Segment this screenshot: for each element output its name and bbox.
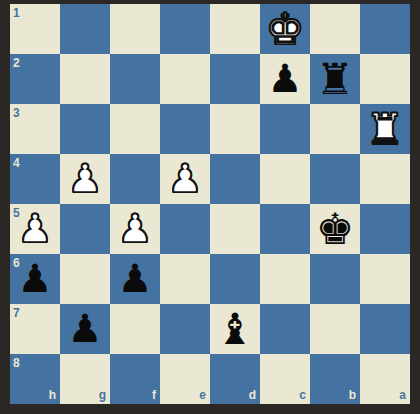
rank-label-3: 3 [13, 106, 20, 120]
square-g5[interactable] [60, 204, 110, 254]
square-f7[interactable] [110, 304, 160, 354]
square-a7[interactable] [360, 304, 410, 354]
square-h4[interactable]: 4 [10, 154, 60, 204]
square-c5[interactable] [260, 204, 310, 254]
square-a5[interactable] [360, 204, 410, 254]
square-b6[interactable] [310, 254, 360, 304]
black-pawn-f6[interactable]: ♟ [110, 254, 160, 304]
file-label-b: b [349, 388, 356, 402]
square-h1[interactable]: 1 [10, 4, 60, 54]
black-pawn-g7[interactable]: ♟ [60, 304, 110, 354]
square-f2[interactable] [110, 54, 160, 104]
square-e1[interactable] [160, 4, 210, 54]
white-pawn-e4[interactable]: ♟ [160, 154, 210, 204]
square-g4[interactable]: ♟ [60, 154, 110, 204]
square-a8[interactable]: a [360, 354, 410, 404]
square-g1[interactable] [60, 4, 110, 54]
square-b7[interactable] [310, 304, 360, 354]
square-h8[interactable]: 8h [10, 354, 60, 404]
white-pawn-f5[interactable]: ♟ [110, 204, 160, 254]
square-d4[interactable] [210, 154, 260, 204]
square-a6[interactable] [360, 254, 410, 304]
square-d1[interactable] [210, 4, 260, 54]
square-f6[interactable]: ♟ [110, 254, 160, 304]
square-b8[interactable]: b [310, 354, 360, 404]
file-label-f: f [152, 388, 156, 402]
square-c6[interactable] [260, 254, 310, 304]
white-pawn-h5[interactable]: ♟ [10, 204, 60, 254]
square-c3[interactable] [260, 104, 310, 154]
black-rook-b2[interactable]: ♜ [310, 54, 360, 104]
square-d2[interactable] [210, 54, 260, 104]
square-e3[interactable] [160, 104, 210, 154]
square-d8[interactable]: d [210, 354, 260, 404]
square-f1[interactable] [110, 4, 160, 54]
white-pawn-g4[interactable]: ♟ [60, 154, 110, 204]
square-e2[interactable] [160, 54, 210, 104]
square-c4[interactable] [260, 154, 310, 204]
square-b2[interactable]: ♜ [310, 54, 360, 104]
square-e7[interactable] [160, 304, 210, 354]
file-label-a: a [399, 388, 406, 402]
white-rook-a3[interactable]: ♜ [360, 104, 410, 154]
square-e4[interactable]: ♟ [160, 154, 210, 204]
square-a3[interactable]: ♜ [360, 104, 410, 154]
square-g3[interactable] [60, 104, 110, 154]
square-b4[interactable] [310, 154, 360, 204]
rank-label-8: 8 [13, 356, 20, 370]
square-h6[interactable]: 6♟ [10, 254, 60, 304]
square-g7[interactable]: ♟ [60, 304, 110, 354]
square-e6[interactable] [160, 254, 210, 304]
square-c7[interactable] [260, 304, 310, 354]
square-c8[interactable]: c [260, 354, 310, 404]
square-f3[interactable] [110, 104, 160, 154]
rank-label-7: 7 [13, 306, 20, 320]
square-g2[interactable] [60, 54, 110, 104]
chess-board: 1♚2♟♜3♜4♟♟5♟♟♚6♟♟7♟♝8hgfedcba [10, 4, 410, 404]
square-e8[interactable]: e [160, 354, 210, 404]
square-h5[interactable]: 5♟ [10, 204, 60, 254]
chess-app: { "game": "chess", "orientation": "black… [0, 0, 420, 414]
square-b5[interactable]: ♚ [310, 204, 360, 254]
rank-label-2: 2 [13, 56, 20, 70]
square-g6[interactable] [60, 254, 110, 304]
file-label-h: h [49, 388, 56, 402]
file-label-e: e [199, 388, 206, 402]
square-b3[interactable] [310, 104, 360, 154]
square-g8[interactable]: g [60, 354, 110, 404]
black-bishop-d7[interactable]: ♝ [210, 304, 260, 354]
square-c1[interactable]: ♚ [260, 4, 310, 54]
square-a1[interactable] [360, 4, 410, 54]
square-h7[interactable]: 7 [10, 304, 60, 354]
rank-label-4: 4 [13, 156, 20, 170]
square-f5[interactable]: ♟ [110, 204, 160, 254]
square-a2[interactable] [360, 54, 410, 104]
square-f4[interactable] [110, 154, 160, 204]
file-label-c: c [299, 388, 306, 402]
square-d6[interactable] [210, 254, 260, 304]
black-pawn-c2[interactable]: ♟ [260, 54, 310, 104]
square-c2[interactable]: ♟ [260, 54, 310, 104]
file-label-g: g [99, 388, 106, 402]
black-pawn-h6[interactable]: ♟ [10, 254, 60, 304]
square-d5[interactable] [210, 204, 260, 254]
square-h2[interactable]: 2 [10, 54, 60, 104]
rank-label-1: 1 [13, 6, 20, 20]
black-king-b5[interactable]: ♚ [310, 204, 360, 254]
file-label-d: d [249, 388, 256, 402]
square-d3[interactable] [210, 104, 260, 154]
square-f8[interactable]: f [110, 354, 160, 404]
square-b1[interactable] [310, 4, 360, 54]
white-king-c1[interactable]: ♚ [260, 4, 310, 54]
square-h3[interactable]: 3 [10, 104, 60, 154]
square-a4[interactable] [360, 154, 410, 204]
square-e5[interactable] [160, 204, 210, 254]
square-d7[interactable]: ♝ [210, 304, 260, 354]
